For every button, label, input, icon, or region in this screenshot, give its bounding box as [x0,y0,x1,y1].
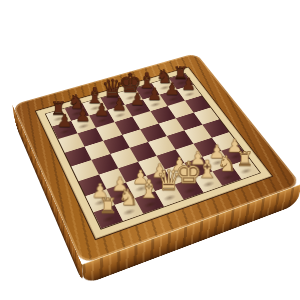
chess-piece-black-pawn: ♟ [57,112,73,130]
product-photo: ♜♞♝♛♚♝♞♜♟♟♟♟♟♟♟♟♟♟♟♟♟♟♟♟♜♞♝♛♚♝♞♜ [0,0,300,300]
chess-piece-white-bishop: ♝ [137,177,160,203]
board-grid: ♜♞♝♛♚♝♞♜♟♟♟♟♟♟♟♟♟♟♟♟♟♟♟♟♜♞♝♛♚♝♞♜ [45,73,261,230]
square-h6 [185,96,211,113]
chess-piece-white-knight: ♞ [217,153,236,175]
chess-piece-black-pawn: ♟ [94,101,109,118]
chess-piece-black-pawn: ♟ [165,81,180,98]
chess-piece-black-pawn: ♟ [181,76,196,92]
chess-piece-white-rook: ♜ [236,149,254,169]
square-c6 [96,122,122,140]
chess-piece-black-pawn: ♟ [130,91,145,108]
chess-piece-black-pawn: ♟ [147,86,162,103]
chess-piece-black-pawn: ♟ [75,107,91,124]
chess-piece-white-rook: ♜ [98,196,117,217]
chess-piece-black-pawn: ♟ [112,96,127,113]
chess-piece-white-knight: ♞ [118,186,138,209]
